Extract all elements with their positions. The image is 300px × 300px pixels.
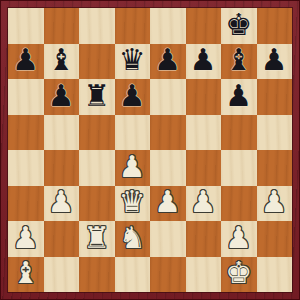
square-e1[interactable] bbox=[150, 257, 186, 293]
square-d5[interactable] bbox=[115, 115, 151, 151]
square-d6[interactable]: ♟ bbox=[115, 79, 151, 115]
square-h7[interactable]: ♟ bbox=[257, 44, 293, 80]
square-h4[interactable] bbox=[257, 150, 293, 186]
white-pawn[interactable]: ♟ bbox=[154, 187, 181, 217]
square-g3[interactable] bbox=[221, 186, 257, 222]
square-f8[interactable] bbox=[186, 8, 222, 44]
square-b1[interactable] bbox=[44, 257, 80, 293]
board-frame: ♚♟♝♛♟♟♝♟♟♜♟♟♟♟♛♟♟♟♟♜♞♟♝♚ bbox=[0, 0, 300, 300]
square-g2[interactable]: ♟ bbox=[221, 221, 257, 257]
square-c1[interactable] bbox=[79, 257, 115, 293]
square-g7[interactable]: ♝ bbox=[221, 44, 257, 80]
square-f5[interactable] bbox=[186, 115, 222, 151]
chess-board: ♚♟♝♛♟♟♝♟♟♜♟♟♟♟♛♟♟♟♟♜♞♟♝♚ bbox=[8, 8, 292, 292]
square-c2[interactable]: ♜ bbox=[79, 221, 115, 257]
white-king[interactable]: ♚ bbox=[225, 258, 252, 288]
square-f4[interactable] bbox=[186, 150, 222, 186]
square-g6[interactable]: ♟ bbox=[221, 79, 257, 115]
square-f1[interactable] bbox=[186, 257, 222, 293]
square-g8[interactable]: ♚ bbox=[221, 8, 257, 44]
white-knight[interactable]: ♞ bbox=[119, 223, 146, 253]
black-queen[interactable]: ♛ bbox=[119, 45, 146, 75]
white-bishop[interactable]: ♝ bbox=[12, 258, 39, 288]
square-h2[interactable] bbox=[257, 221, 293, 257]
square-h3[interactable]: ♟ bbox=[257, 186, 293, 222]
square-a1[interactable]: ♝ bbox=[8, 257, 44, 293]
square-b2[interactable] bbox=[44, 221, 80, 257]
white-pawn[interactable]: ♟ bbox=[225, 223, 252, 253]
square-d8[interactable] bbox=[115, 8, 151, 44]
black-bishop[interactable]: ♝ bbox=[225, 45, 252, 75]
black-pawn[interactable]: ♟ bbox=[261, 45, 288, 75]
square-f6[interactable] bbox=[186, 79, 222, 115]
black-pawn[interactable]: ♟ bbox=[119, 81, 146, 111]
square-d4[interactable]: ♟ bbox=[115, 150, 151, 186]
square-e3[interactable]: ♟ bbox=[150, 186, 186, 222]
black-pawn[interactable]: ♟ bbox=[154, 45, 181, 75]
square-b8[interactable] bbox=[44, 8, 80, 44]
square-e2[interactable] bbox=[150, 221, 186, 257]
square-c4[interactable] bbox=[79, 150, 115, 186]
square-b3[interactable]: ♟ bbox=[44, 186, 80, 222]
black-pawn[interactable]: ♟ bbox=[48, 81, 75, 111]
square-a5[interactable] bbox=[8, 115, 44, 151]
square-b7[interactable]: ♝ bbox=[44, 44, 80, 80]
square-c8[interactable] bbox=[79, 8, 115, 44]
square-e7[interactable]: ♟ bbox=[150, 44, 186, 80]
square-c3[interactable] bbox=[79, 186, 115, 222]
white-pawn[interactable]: ♟ bbox=[12, 223, 39, 253]
black-pawn[interactable]: ♟ bbox=[190, 45, 217, 75]
square-b5[interactable] bbox=[44, 115, 80, 151]
square-e5[interactable] bbox=[150, 115, 186, 151]
black-pawn[interactable]: ♟ bbox=[12, 45, 39, 75]
white-pawn[interactable]: ♟ bbox=[119, 152, 146, 182]
square-f2[interactable] bbox=[186, 221, 222, 257]
square-b6[interactable]: ♟ bbox=[44, 79, 80, 115]
white-queen[interactable]: ♛ bbox=[119, 187, 146, 217]
square-d2[interactable]: ♞ bbox=[115, 221, 151, 257]
square-d3[interactable]: ♛ bbox=[115, 186, 151, 222]
black-bishop[interactable]: ♝ bbox=[48, 45, 75, 75]
square-a6[interactable] bbox=[8, 79, 44, 115]
square-g4[interactable] bbox=[221, 150, 257, 186]
black-rook[interactable]: ♜ bbox=[83, 81, 110, 111]
square-g1[interactable]: ♚ bbox=[221, 257, 257, 293]
square-a4[interactable] bbox=[8, 150, 44, 186]
square-e4[interactable] bbox=[150, 150, 186, 186]
white-pawn[interactable]: ♟ bbox=[261, 187, 288, 217]
square-e6[interactable] bbox=[150, 79, 186, 115]
black-pawn[interactable]: ♟ bbox=[225, 81, 252, 111]
white-pawn[interactable]: ♟ bbox=[48, 187, 75, 217]
square-d1[interactable] bbox=[115, 257, 151, 293]
black-king[interactable]: ♚ bbox=[225, 10, 252, 40]
square-d7[interactable]: ♛ bbox=[115, 44, 151, 80]
square-h1[interactable] bbox=[257, 257, 293, 293]
square-h8[interactable] bbox=[257, 8, 293, 44]
square-g5[interactable] bbox=[221, 115, 257, 151]
square-e8[interactable] bbox=[150, 8, 186, 44]
white-pawn[interactable]: ♟ bbox=[190, 187, 217, 217]
square-h6[interactable] bbox=[257, 79, 293, 115]
square-a2[interactable]: ♟ bbox=[8, 221, 44, 257]
square-c5[interactable] bbox=[79, 115, 115, 151]
square-f3[interactable]: ♟ bbox=[186, 186, 222, 222]
square-h5[interactable] bbox=[257, 115, 293, 151]
square-b4[interactable] bbox=[44, 150, 80, 186]
square-f7[interactable]: ♟ bbox=[186, 44, 222, 80]
white-rook[interactable]: ♜ bbox=[83, 223, 110, 253]
square-c7[interactable] bbox=[79, 44, 115, 80]
square-c6[interactable]: ♜ bbox=[79, 79, 115, 115]
square-a3[interactable] bbox=[8, 186, 44, 222]
square-a8[interactable] bbox=[8, 8, 44, 44]
square-a7[interactable]: ♟ bbox=[8, 44, 44, 80]
